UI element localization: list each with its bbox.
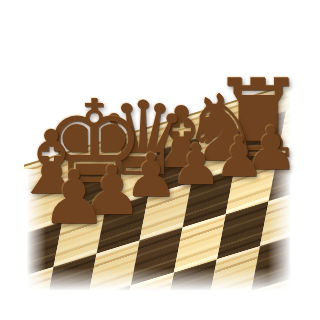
board-perspective-plane <box>24 79 296 294</box>
photo-edge-fade-top <box>24 66 296 76</box>
photo-crop <box>24 66 296 294</box>
chess-set-photo: ♝♚♛♝♞♜♟♟♟♟♟♟ <box>0 0 320 320</box>
